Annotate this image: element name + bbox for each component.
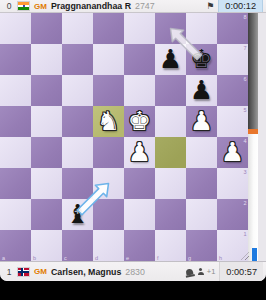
- rank-label-5: 5: [243, 107, 246, 113]
- top-player-score: 0: [5, 1, 13, 11]
- white-pawn-g5[interactable]: ♟: [186, 106, 217, 137]
- square-g1[interactable]: g: [186, 230, 217, 261]
- square-h2[interactable]: 2: [217, 199, 248, 230]
- square-b5[interactable]: [31, 106, 62, 137]
- bottom-player-title: GM: [34, 267, 47, 276]
- rank-label-8: 8: [243, 14, 246, 20]
- square-c1[interactable]: c: [62, 230, 93, 261]
- black-king-g7[interactable]: ♚: [186, 44, 217, 75]
- square-h5[interactable]: 5: [217, 106, 248, 137]
- square-d5[interactable]: ♞: [93, 106, 124, 137]
- square-g6[interactable]: ♟: [186, 75, 217, 106]
- square-a7[interactable]: [0, 44, 31, 75]
- square-e4[interactable]: ♟: [124, 137, 155, 168]
- square-a1[interactable]: a: [0, 230, 31, 261]
- square-b8[interactable]: [31, 13, 62, 44]
- india-flag-icon: [17, 1, 30, 11]
- file-label-g: g: [188, 255, 191, 261]
- eval-black-portion: [248, 13, 258, 129]
- square-f3[interactable]: [155, 168, 186, 199]
- square-b2[interactable]: [31, 199, 62, 230]
- rank-label-1: 1: [243, 231, 246, 237]
- square-h6[interactable]: 6: [217, 75, 248, 106]
- bell-icon: [185, 268, 193, 275]
- square-e7[interactable]: [124, 44, 155, 75]
- rank-label-7: 7: [243, 45, 246, 51]
- kibitzer-person-icon: [197, 268, 205, 275]
- square-d7[interactable]: [93, 44, 124, 75]
- square-d4[interactable]: [93, 137, 124, 168]
- square-c6[interactable]: [62, 75, 93, 106]
- square-b3[interactable]: [31, 168, 62, 199]
- bottom-player-score: 1: [5, 267, 13, 277]
- square-h3[interactable]: 3: [217, 168, 248, 199]
- file-label-d: d: [95, 255, 98, 261]
- file-label-a: a: [2, 255, 5, 261]
- square-c2[interactable]: ♝: [62, 199, 93, 230]
- square-b6[interactable]: [31, 75, 62, 106]
- black-bishop-c2[interactable]: ♝: [62, 199, 93, 230]
- kibitzer-count: +1: [207, 267, 216, 276]
- bottom-player-rating: 2830: [125, 267, 145, 277]
- white-pawn-e4[interactable]: ♟: [124, 137, 155, 168]
- square-e8[interactable]: [124, 13, 155, 44]
- file-label-c: c: [64, 255, 67, 261]
- square-f6[interactable]: [155, 75, 186, 106]
- black-pawn-f7[interactable]: ♟: [155, 44, 186, 75]
- square-d2[interactable]: [93, 199, 124, 230]
- norway-flag-icon: [17, 267, 30, 277]
- square-a2[interactable]: [0, 199, 31, 230]
- square-g7[interactable]: ♚: [186, 44, 217, 75]
- file-label-h: h: [219, 255, 222, 261]
- square-b7[interactable]: [31, 44, 62, 75]
- top-player-rating: 2747: [135, 1, 155, 11]
- rank-label-3: 3: [243, 169, 246, 175]
- evaluation-bar: [248, 13, 258, 261]
- square-f1[interactable]: f: [155, 230, 186, 261]
- square-e2[interactable]: [124, 199, 155, 230]
- square-h7[interactable]: 7: [217, 44, 248, 75]
- square-e1[interactable]: e: [124, 230, 155, 261]
- square-b1[interactable]: b: [31, 230, 62, 261]
- file-label-e: e: [126, 255, 129, 261]
- square-a3[interactable]: [0, 168, 31, 199]
- white-knight-d5[interactable]: ♞: [93, 106, 124, 137]
- square-a6[interactable]: [0, 75, 31, 106]
- top-player-title: GM: [34, 2, 47, 11]
- bottom-player-name: Carlsen, Magnus: [51, 267, 121, 277]
- eval-bottom-indicator: [252, 248, 257, 261]
- square-f4[interactable]: [155, 137, 186, 168]
- top-player-name: Praggnanandhaa R: [51, 1, 131, 11]
- square-g2[interactable]: [186, 199, 217, 230]
- square-d3[interactable]: [93, 168, 124, 199]
- square-g4[interactable]: [186, 137, 217, 168]
- square-d1[interactable]: d: [93, 230, 124, 261]
- square-a8[interactable]: [0, 13, 31, 44]
- square-d6[interactable]: [93, 75, 124, 106]
- rank-label-4: 4: [243, 138, 246, 144]
- square-c4[interactable]: [62, 137, 93, 168]
- square-h1[interactable]: h1: [217, 230, 248, 261]
- square-f7[interactable]: ♟: [155, 44, 186, 75]
- file-label-b: b: [33, 255, 36, 261]
- rank-label-6: 6: [243, 76, 246, 82]
- square-c7[interactable]: [62, 44, 93, 75]
- black-pawn-g6[interactable]: ♟: [186, 75, 217, 106]
- square-f2[interactable]: [155, 199, 186, 230]
- top-player-clock: 0:00:12: [218, 0, 263, 12]
- chess-board: 8♟♚7♟6♞♚♟5♟♟43♝2abcdefgh1: [0, 13, 248, 261]
- square-h8[interactable]: 8: [217, 13, 248, 44]
- square-b4[interactable]: [31, 137, 62, 168]
- square-f5[interactable]: [155, 106, 186, 137]
- white-king-e5[interactable]: ♚: [124, 106, 155, 137]
- top-player-bar: 0 GM Praggnanandhaa R 2747 ⚑ 0:00:12: [0, 0, 266, 13]
- square-g3[interactable]: [186, 168, 217, 199]
- chess-broadcast-window: 0 GM Praggnanandhaa R 2747 ⚑ 0:00:12 8♟♚…: [0, 0, 266, 281]
- square-c5[interactable]: [62, 106, 93, 137]
- eval-white-portion: [248, 134, 258, 261]
- clock-flag-icon: ⚑: [206, 2, 214, 11]
- square-c8[interactable]: [62, 13, 93, 44]
- square-d8[interactable]: [93, 13, 124, 44]
- bottom-player-bar: 1 GM Carlsen, Magnus 2830 +1 0:00:57: [0, 261, 266, 281]
- square-c3[interactable]: [62, 168, 93, 199]
- square-g5[interactable]: ♟: [186, 106, 217, 137]
- square-e6[interactable]: [124, 75, 155, 106]
- square-g8[interactable]: [186, 13, 217, 44]
- square-a4[interactable]: [0, 137, 31, 168]
- square-a5[interactable]: [0, 106, 31, 137]
- square-f8[interactable]: [155, 13, 186, 44]
- square-e3[interactable]: [124, 168, 155, 199]
- file-label-f: f: [157, 255, 159, 261]
- square-e5[interactable]: ♚: [124, 106, 155, 137]
- square-h4[interactable]: ♟4: [217, 137, 248, 168]
- rank-label-2: 2: [243, 200, 246, 206]
- bottom-player-clock: 0:00:57: [219, 262, 263, 281]
